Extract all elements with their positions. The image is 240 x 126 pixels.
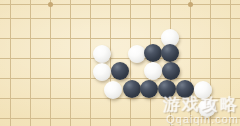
screenshot-stage: 游戏攻略 Qqaiqin.com [0,0,240,126]
go-board[interactable] [0,0,240,126]
stone-black [144,44,162,62]
stone-white [93,63,111,81]
stone-black [140,80,158,98]
grid-line-horizontal [0,38,240,39]
stone-white [144,62,162,80]
stone-white [104,81,122,99]
stone-white [198,99,216,117]
star-point [48,2,53,7]
grid-line-horizontal [0,58,240,59]
grid-line-horizontal [0,118,240,119]
star-point [188,2,193,7]
stone-white [93,45,111,63]
grid-line-horizontal [0,18,240,19]
stone-black [158,80,176,98]
stone-black [161,44,179,62]
stone-black [111,62,129,80]
stone-black [123,80,141,98]
stone-black [162,62,180,80]
stone-white [194,81,212,99]
stone-black [176,80,194,98]
grid-line-horizontal [0,4,240,5]
